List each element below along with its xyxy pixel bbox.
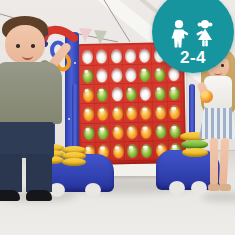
girl-eye — [221, 64, 224, 67]
boy-jeans — [0, 122, 54, 158]
boy-smile — [22, 52, 33, 60]
boy-shirt — [0, 62, 62, 124]
girl-icon — [196, 20, 212, 46]
boy-leg — [0, 154, 22, 192]
product-photo-scene: 2-4 — [0, 0, 235, 235]
boy-leg — [26, 154, 52, 192]
kids-icons — [167, 19, 219, 49]
boy-icon — [172, 20, 189, 47]
girl-sandal — [219, 184, 231, 191]
girl-skirt — [199, 108, 235, 139]
boy-shoe — [26, 190, 52, 201]
girl-leg — [219, 138, 230, 186]
boy-shoe — [0, 190, 20, 201]
orange-ball — [200, 90, 213, 103]
boy-eye — [16, 44, 20, 48]
boy-eye — [31, 44, 35, 48]
boy-player — [0, 14, 70, 200]
girl-leg — [210, 138, 218, 186]
players-count-label: 2-4 — [180, 49, 206, 66]
girl-smile — [214, 70, 222, 75]
